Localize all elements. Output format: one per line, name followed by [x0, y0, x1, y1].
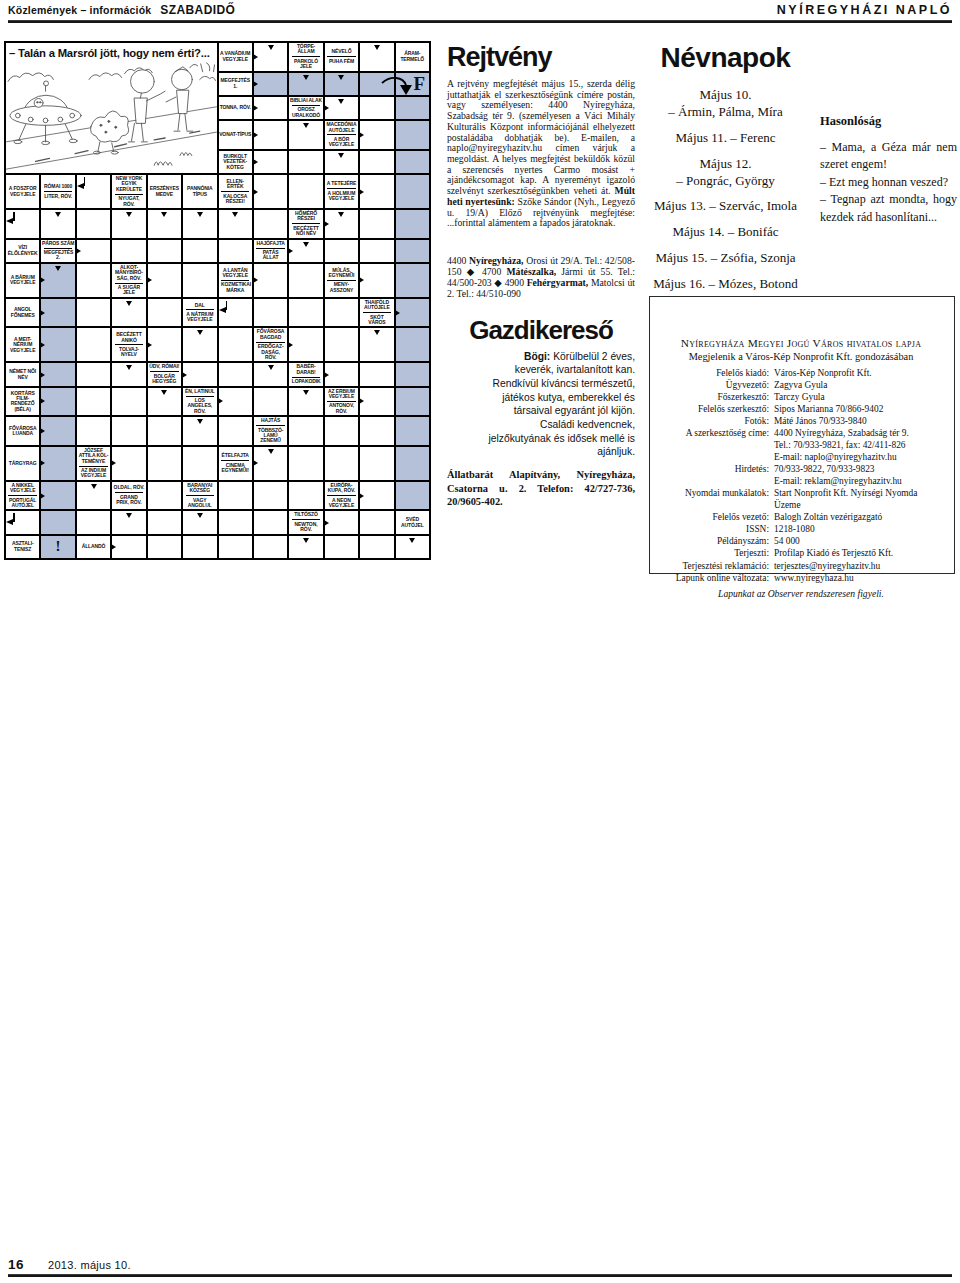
- masthead: NYÍREGYHÁZI NAPLÓ: [777, 3, 952, 17]
- page-header: Közlemények – információkSZABADIDŐ NYÍRE…: [8, 3, 952, 17]
- crossword-solution-cell[interactable]: [40, 446, 75, 481]
- crossword-solution-cell[interactable]: [395, 481, 430, 511]
- clue-text: TÖRPE-ÁLLAM: [290, 44, 322, 55]
- crossword-solution-cell[interactable]: [40, 481, 75, 511]
- impressum-label: Felelős kiadó:: [657, 367, 769, 379]
- crossword-answer-cell[interactable]: [359, 120, 394, 150]
- crossword-answer-cell[interactable]: [324, 446, 359, 481]
- impressum-value: Tarczy Gyula: [774, 391, 945, 403]
- joke-line: – Mama, a Géza már nem szeret engem!: [820, 139, 957, 174]
- crossword-answer-cell[interactable]: [359, 209, 394, 239]
- nameday-entry: Május 13. – Szervác, Imola: [649, 198, 802, 215]
- clue-text: ANTONOV, RÖV.: [327, 401, 356, 414]
- clue-text: A VANÁDIUM VEGYJELE: [219, 51, 251, 62]
- crossword-solution-cell[interactable]: [395, 446, 430, 481]
- impressum-value: Sipos Marianna 70/866-9402: [774, 403, 945, 415]
- crossword-clue-cell: MACEDÓNIA AUTÓJELEA BÓR VEGYJELE: [324, 120, 359, 150]
- clue-text: PANNÓNIA TÍPUS: [184, 186, 216, 197]
- clue-text: BURKOLT VEZETÉK-KÖTEG: [219, 154, 251, 170]
- crossword-answer-cell[interactable]: [253, 387, 288, 417]
- clue-text: MÚLÁS, EGYNEMŰI: [325, 268, 357, 279]
- crossword-answer-cell[interactable]: [147, 239, 182, 263]
- crossword-answer-cell[interactable]: [182, 263, 217, 298]
- dog-description: Körülbelül 2 éves, keverék, ivartalaníto…: [488, 351, 635, 458]
- crossword-answer-cell[interactable]: [111, 298, 146, 328]
- crossword-clue-cell: NÉMET NŐI NÉV: [5, 362, 40, 386]
- crossword-answer-cell[interactable]: [5, 510, 40, 534]
- crossword-solution-cell[interactable]: [395, 209, 430, 239]
- crossword-solution-cell[interactable]: [395, 120, 430, 150]
- crossword-answer-cell[interactable]: [218, 535, 253, 559]
- crossword-answer-cell[interactable]: [359, 150, 394, 174]
- nevnapok-column: Névnapok Május 10.– Ármin, Pálma, MíraMá…: [649, 44, 802, 302]
- crossword-answer-cell[interactable]: [218, 362, 253, 386]
- clue-text: BARANYAI KÖZSÉG: [184, 483, 216, 494]
- clue-text: A NÁTRIUM VEGYJELE: [186, 309, 215, 322]
- crossword-answer-cell[interactable]: [253, 481, 288, 511]
- crossword-answer-cell[interactable]: [218, 510, 253, 534]
- clue-text: MEGFEJTÉS 2.: [44, 248, 73, 261]
- impressum-value: 1218-1080: [774, 523, 945, 535]
- clue-text: HŐMÉRŐ RÉSZEI: [290, 211, 322, 222]
- impressum-label: Felelős vezető:: [657, 511, 769, 523]
- crossword-answer-cell[interactable]: [324, 416, 359, 446]
- crossword-solution-cell[interactable]: [395, 362, 430, 386]
- clue-text: TOLVAJ-NYELV: [115, 344, 144, 357]
- crossword-answer-cell[interactable]: [253, 535, 288, 559]
- crossword-answer-cell[interactable]: [288, 535, 323, 559]
- crossword-clue-cell: ÉN, LATINULLOS ANGELES, RÖV.: [182, 387, 217, 417]
- clue-text: ÁLLANDÓ: [77, 544, 109, 549]
- crossword-answer-cell[interactable]: [182, 446, 217, 481]
- clue-text: A HOLMIUM VEGYJELE: [327, 188, 356, 201]
- crossword-solution-cell[interactable]: [395, 387, 430, 417]
- impressum-label: Példányszám:: [657, 535, 769, 547]
- clue-text: SKÓT VÁROS: [363, 312, 392, 325]
- crossword-answer-cell[interactable]: [76, 239, 111, 263]
- crossword-answer-cell[interactable]: [359, 387, 394, 417]
- gazdikereso-text: Bögi: Körülbelül 2 éves, keverék, ivarta…: [483, 350, 635, 460]
- crossword-answer-cell[interactable]: [288, 120, 323, 150]
- clue-text: NYUGAT, RÖV.: [115, 194, 144, 207]
- crossword-solution-cell[interactable]: [40, 298, 75, 328]
- crossword-answer-cell[interactable]: [182, 535, 217, 559]
- joke-line: – Tegnap azt mondta, hogy kezdek rád has…: [820, 191, 957, 226]
- crossword-answer-cell[interactable]: [147, 327, 182, 362]
- direction-flag-icon: [219, 307, 226, 313]
- clue-text: JÓZSEF ATTILA KÖL-TEMÉNYE: [77, 448, 109, 464]
- section-label-text: Közlemények – információk: [8, 4, 151, 16]
- crossword-answer-cell[interactable]: [218, 481, 253, 511]
- crossword-answer-cell[interactable]: [288, 298, 323, 328]
- crossword-clue-cell: BIBLIAI ALAKOROSZ URALKODÓ: [288, 96, 323, 120]
- direction-flag-icon: [6, 519, 13, 525]
- crossword-clue-cell: VONAT-TÍPUS: [218, 120, 253, 150]
- clue-text: VÍZI ÉLŐLÉNYEK: [7, 245, 39, 256]
- impressum-value: E-mail: naplo@nyiregyhazitv.hu: [774, 451, 945, 463]
- crossword-clue-cell: NÉVELŐPUHA FÉM: [324, 42, 359, 72]
- clue-text: MENY-ASSZONY: [327, 280, 356, 293]
- clue-text: FŐVÁROSA BAGDAD: [254, 329, 286, 340]
- crossword-answer-cell[interactable]: [147, 535, 182, 559]
- crossword-answer-cell[interactable]: [76, 362, 111, 386]
- clue-text: NEW YORK EGYIK KERÜLETE: [113, 176, 145, 192]
- section-label-bold: SZABADIDŐ: [160, 3, 235, 17]
- crossword-answer-cell[interactable]: [218, 327, 253, 362]
- crossword-answer-cell[interactable]: [359, 446, 394, 481]
- crossword-answer-cell[interactable]: [253, 120, 288, 150]
- crossword-clue-cell: A MEIT-NÉRIUM VEGYJELE: [5, 327, 40, 362]
- crossword-clue-cell: ANGOL FŐNEMES: [5, 298, 40, 328]
- crossword-answer-cell[interactable]: [76, 263, 111, 298]
- clue-text: ANGOL FŐNEMES: [7, 307, 39, 318]
- crossword-answer-cell[interactable]: [182, 416, 217, 446]
- clue-text: VAGY ANGOLUL: [186, 495, 215, 508]
- crossword-answer-cell[interactable]: [359, 42, 394, 72]
- clue-text: PARKOLÓ JELE: [292, 56, 321, 69]
- crossword-answer-cell[interactable]: [111, 446, 146, 481]
- crossword-answer-cell[interactable]: [76, 209, 111, 239]
- clue-text: MEGFEJTÉS 1.: [219, 78, 251, 89]
- impressum-label: Főszerkesztő:: [657, 391, 769, 403]
- clue-text: PORTUGÁL AUTÓJEL: [8, 495, 37, 508]
- impressum-label: [657, 475, 769, 487]
- clue-text: NEWTON, RÖV.: [292, 519, 321, 532]
- crossword-answer-cell[interactable]: [324, 298, 359, 328]
- crossword-answer-cell[interactable]: [288, 327, 323, 362]
- crossword-answer-cell[interactable]: [111, 510, 146, 534]
- crossword-answer-cell[interactable]: [182, 239, 217, 263]
- clue-text: NÉMET NŐI NÉV: [7, 369, 39, 380]
- direction-flag-icon: [6, 218, 13, 224]
- clue-text: MACEDÓNIA AUTÓJELE: [325, 122, 357, 133]
- crossword-answer-cell[interactable]: [218, 298, 253, 328]
- crossword-answer-cell[interactable]: [147, 387, 182, 417]
- crossword-clue-cell: THAIFÖLD AUTÓJELESKÓT VÁROS: [359, 298, 394, 328]
- crossword-answer-cell[interactable]: [147, 263, 182, 298]
- crossword-answer-cell[interactable]: [253, 174, 288, 209]
- clue-text: ELLEN-ÉRTÉK: [219, 179, 251, 190]
- crossword-answer-cell[interactable]: [76, 387, 111, 417]
- crossword-answer-cell[interactable]: [111, 535, 146, 559]
- crossword-answer-cell[interactable]: [40, 209, 75, 239]
- clue-text: GRAND PRIX, RÖV.: [115, 492, 144, 505]
- clue-text: A NIKKEL VEGYJELE: [7, 483, 39, 494]
- impressum-value: Máté János 70/933-9840: [774, 415, 945, 427]
- crossword-answer-cell[interactable]: [359, 416, 394, 446]
- crossword-answer-cell[interactable]: [395, 535, 430, 559]
- impressum-value: 70/933-9822, 70/933-9823: [774, 463, 945, 475]
- crossword-answer-cell[interactable]: [253, 362, 288, 386]
- crossword-answer-cell[interactable]: [324, 362, 359, 386]
- impressum-value: Tel.: 70/933-9821, fax: 42/411-826: [774, 439, 945, 451]
- crossword-answer-cell[interactable]: [182, 510, 217, 534]
- crossword-answer-cell[interactable]: [111, 416, 146, 446]
- crossword-answer-cell[interactable]: [76, 298, 111, 328]
- clue-text: NÉVELŐ: [325, 49, 357, 54]
- impressum-value: Profilap Kiadó és Terjesztő Kft.: [774, 547, 945, 559]
- clue-text: A TETEJÉRE: [325, 181, 357, 186]
- crossword-answer-cell[interactable]: [288, 446, 323, 481]
- cartoon-panel: – Talán a Marsról jött, hogy nem érti?..…: [5, 42, 218, 174]
- clue-text: AZ INDIUM VEGYJELE: [79, 466, 108, 479]
- crossword-answer-cell[interactable]: [288, 416, 323, 446]
- crossword-answer-cell[interactable]: [111, 362, 146, 386]
- crossword-grid: – Talán a Marsról jött, hogy nem érti?..…: [4, 41, 431, 560]
- crossword-clue-cell: BURKOLT VEZETÉK-KÖTEG: [218, 150, 253, 174]
- crossword-answer-cell[interactable]: [147, 481, 182, 511]
- crossword-answer-cell[interactable]: [359, 535, 394, 559]
- clue-text: A BÁRIUM VEGYJELE: [7, 275, 39, 286]
- crossword-answer-cell[interactable]: [324, 239, 359, 263]
- impressum-label: Terjeszti:: [657, 547, 769, 559]
- clue-text: ASZTALI-TENISZ: [7, 541, 39, 552]
- crossword-solution-cell[interactable]: [395, 239, 430, 263]
- clue-text: TÁRGYRAG: [7, 461, 39, 466]
- rejtveny-body: A rejtvény megfejtését május 15., szerda…: [447, 79, 635, 229]
- crossword-solution-cell[interactable]: [253, 72, 288, 96]
- crossword-answer-cell[interactable]: [147, 416, 182, 446]
- crossword-answer-cell[interactable]: [182, 209, 217, 239]
- gazdikereso-title: Gazdikereső: [447, 317, 635, 343]
- clue-text: A BÓR VEGYJELE: [327, 134, 356, 147]
- crossword-answer-cell[interactable]: [76, 327, 111, 362]
- clue-text: DAL: [184, 303, 216, 308]
- clue-text: A SUGÁR JELE: [115, 283, 144, 296]
- impressum-value: Balogh Zoltán vezérigazgató: [774, 511, 945, 523]
- crossword-clue-cell: TÖRPE-ÁLLAMPARKOLÓ JELE: [288, 42, 323, 72]
- crossword-answer-cell[interactable]: [359, 263, 394, 298]
- clue-text: BECÉZETT ANIKÓ: [113, 332, 145, 343]
- clue-text: A NEON VEGYJELE: [327, 495, 356, 508]
- clue-text: A MEIT-NÉRIUM VEGYJELE: [7, 337, 39, 353]
- crossword-answer-cell[interactable]: [324, 96, 359, 120]
- impressum-label: Fotók:: [657, 415, 769, 427]
- clue-text: ÉN, LATINUL: [184, 389, 216, 394]
- clue-text: ERSZÉNYES MEDVE: [148, 186, 180, 197]
- crossword-answer-cell[interactable]: [253, 263, 288, 298]
- nameday-entry: Május 12.– Pongrác, György: [649, 156, 802, 190]
- crossword-solution-cell[interactable]: [40, 387, 75, 417]
- clue-text: ÉTELFAJTA: [219, 453, 251, 458]
- crossword-answer-cell[interactable]: [324, 150, 359, 174]
- crossword-answer-cell[interactable]: [147, 510, 182, 534]
- clue-text: THAIFÖLD AUTÓJELE: [361, 300, 393, 311]
- crossword-clue-cell: ASZTALI-TENISZ: [5, 535, 40, 559]
- impressum-box: Nyíregyháza Megyei Jogú Város hivatalos …: [649, 296, 955, 574]
- crossword-answer-cell[interactable]: [324, 535, 359, 559]
- crossword-solution-cell[interactable]: [395, 96, 430, 120]
- impressum-value: www.nyiregyhaza.hu: [774, 572, 945, 584]
- crossword-clue-cell: ELLEN-ÉRTÉKKALOCSA RÉSZEI!: [218, 174, 253, 209]
- crossword-clue-cell: A FOSZFOR VEGYJELE: [5, 174, 40, 209]
- crossword-solution-cell[interactable]: [40, 362, 75, 386]
- rejtveny-addresses: 4400 Nyíregyháza, Orosi út 29/A. Tel.: 4…: [447, 256, 635, 299]
- crossword-solution-cell[interactable]: [40, 327, 75, 362]
- clue-text: VONAT-TÍPUS: [219, 132, 251, 137]
- crossword-answer-cell[interactable]: [5, 209, 40, 239]
- crossword-answer-cell[interactable]: [253, 150, 288, 174]
- clue-text: A FOSZFOR VEGYJELE: [7, 186, 39, 197]
- crossword-answer-cell[interactable]: [76, 174, 111, 209]
- crossword-solution-cell[interactable]: [395, 298, 430, 328]
- crossword-answer-cell[interactable]: [253, 209, 288, 239]
- impressum-value: terjesztes@nyiregyhazitv.hu: [774, 560, 945, 572]
- crossword-answer-cell[interactable]: [324, 510, 359, 534]
- crossword-answer-cell[interactable]: [182, 327, 217, 362]
- crossword-answer-cell[interactable]: [253, 510, 288, 534]
- crossword-answer-cell[interactable]: [288, 174, 323, 209]
- crossword-clue-cell: BARANYAI KÖZSÉGVAGY ANGOLUL: [182, 481, 217, 511]
- direction-flag-icon: [13, 513, 15, 522]
- crossword-answer-cell[interactable]: [76, 416, 111, 446]
- crossword-clue-cell: FŐVÁROSA BAGDADERDŐGAZ-DASÁG, RÖV.: [253, 327, 288, 362]
- crossword-solution-cell[interactable]: [40, 416, 75, 446]
- crossword-solution-cell[interactable]: !: [40, 535, 75, 559]
- crossword-answer-cell[interactable]: [288, 481, 323, 511]
- cartoon-drawing: [6, 60, 217, 173]
- crossword-answer-cell[interactable]: [359, 510, 394, 534]
- crossword-answer-cell[interactable]: [288, 263, 323, 298]
- crossword-clue-cell: TONNA, RÖV.: [218, 96, 253, 120]
- middle-column: Rejtvény A rejtvény megfejtését május 15…: [447, 44, 635, 509]
- crossword-answer-cell[interactable]: [359, 174, 394, 209]
- crossword-answer-cell[interactable]: [218, 387, 253, 417]
- crossword-clue-cell: ÜDV, RÓMAI!BOLGÁR HEGYSÉG: [147, 362, 182, 386]
- clue-text: BABÉR-DARAB!: [290, 364, 322, 375]
- crossword-answer-cell[interactable]: [288, 239, 323, 263]
- crossword-clue-cell: ALKOT-MÁNYBÍRÓ-SÁG, RÖV.A SUGÁR JELE: [111, 263, 146, 298]
- cartoon-caption: – Talán a Marsról jött, hogy nem érti?..…: [6, 43, 217, 60]
- impressum-value: Start Nonprofit Kft. Nyírségi Nyomda Üze…: [774, 487, 945, 511]
- clue-text: ÁRAM-TERMELŐ: [396, 51, 428, 62]
- crossword-clue-cell: HŐMÉRŐ RÉSZEIBECÉZETT NŐI NÉV: [288, 209, 323, 239]
- clue-text: A LANTÁN VEGYJELE: [219, 268, 251, 279]
- crossword-answer-cell[interactable]: [218, 416, 253, 446]
- crossword-answer-cell[interactable]: [359, 481, 394, 511]
- crossword-answer-cell[interactable]: [288, 150, 323, 174]
- clue-text: ÜDV, RÓMAI!: [148, 364, 180, 369]
- clue-text: TONNA, RÖV.: [219, 105, 251, 110]
- crossword-answer-cell[interactable]: [147, 446, 182, 481]
- clue-text: EURÓPA-KUPA, RÖV.: [325, 483, 357, 494]
- clue-text: KALOCSA RÉSZEI!: [221, 191, 250, 204]
- direction-flag-icon: [77, 183, 84, 189]
- clue-text: PUHA FÉM: [327, 56, 356, 64]
- crossword-clue-cell: A TETEJÉREA HOLMIUM VEGYJELE: [324, 174, 359, 209]
- crossword-solution-cell[interactable]: [395, 416, 430, 446]
- crossword-answer-cell[interactable]: [359, 239, 394, 263]
- crossword-answer-cell[interactable]: [147, 209, 182, 239]
- crossword-answer-cell[interactable]: [253, 298, 288, 328]
- crossword-solution-cell[interactable]: [40, 510, 75, 534]
- crossword-answer-cell[interactable]: [253, 96, 288, 120]
- nameday-entry: Május 10.– Ármin, Pálma, Míra: [649, 87, 802, 121]
- crossword-clue-cell: TILTÓSZÓNEWTON, RÖV.: [288, 510, 323, 534]
- section-label: Közlemények – információkSZABADIDŐ: [8, 3, 235, 17]
- nameday-entry: Május 16. – Mózes, Botond: [649, 276, 802, 293]
- header-rule: [8, 20, 952, 23]
- crossword-clue-cell: A VANÁDIUM VEGYJELE: [218, 42, 253, 72]
- crossword-clue-cell: A BÁRIUM VEGYJELE: [5, 263, 40, 298]
- crossword-answer-cell[interactable]: [288, 387, 323, 417]
- crossword-answer-cell[interactable]: [218, 209, 253, 239]
- crossword-solution-cell[interactable]: [395, 174, 430, 209]
- rejtveny-body-text: A rejtvény megfejtését május 15., szerda…: [447, 78, 635, 196]
- page-footer: 162013. május 10.: [8, 1255, 131, 1273]
- joke-column: Hasonlóság – Mama, a Géza már nem szeret…: [820, 114, 957, 226]
- crossword-solution-cell[interactable]: [395, 263, 430, 298]
- impressum-value: Zagyva Gyula: [774, 379, 945, 391]
- clue-text: BECÉZETT NŐI NÉV: [292, 223, 321, 236]
- crossword-clue-cell: AZ ERBIUM VEGYJELEANTONOV, RÖV.: [324, 387, 359, 417]
- clue-text: LITER, RÖV.: [44, 191, 73, 199]
- crossword-solution-cell[interactable]: [288, 72, 323, 96]
- crossword-clue-cell: ÉTELFAJTACINEMA EGYNEMŰI!: [218, 446, 253, 481]
- page-date: 2013. május 10.: [48, 1259, 131, 1271]
- crossword-clue-cell: OLDAL, RÖV.GRAND PRIX, RÖV.: [111, 481, 146, 511]
- crossword-solution-cell[interactable]: F: [395, 72, 430, 96]
- crossword-solution-cell[interactable]: [395, 327, 430, 362]
- clue-text: PÁROS SZÁM: [42, 241, 74, 246]
- crossword-answer-cell[interactable]: [111, 239, 146, 263]
- crossword-answer-cell[interactable]: [76, 510, 111, 534]
- impressum-label: [657, 451, 769, 463]
- crossword-clue-cell: A LANTÁN VEGYJELEKOZMETIKAI MÁRKA: [218, 263, 253, 298]
- crossword-clue-cell: FŐVÁROSA LUANDA: [5, 416, 40, 446]
- crossword-clue-cell: MEGFEJTÉS 1.: [218, 72, 253, 96]
- crossword-clue-cell: PANNÓNIA TÍPUS: [182, 174, 217, 209]
- impressum-value: E-mail: reklam@nyiregyhazitv.hu: [774, 475, 945, 487]
- crossword-answer-cell[interactable]: [111, 387, 146, 417]
- crossword-clue-cell: MÚLÁS, EGYNEMŰIMENY-ASSZONY: [324, 263, 359, 298]
- clue-text: HAJÓFAJTA: [254, 241, 286, 246]
- clue-text: TILTÓSZÓ: [290, 512, 322, 517]
- joke-body: – Mama, a Géza már nem szeret engem!– Ez…: [820, 139, 957, 226]
- crossword-answer-cell[interactable]: [324, 327, 359, 362]
- joke-title: Hasonlóság: [820, 114, 957, 129]
- crossword-clue-cell: ÁRAM-TERMELŐ: [395, 42, 430, 72]
- clue-text: SVÉD AUTÓJEL: [396, 517, 428, 528]
- direction-flag-icon: [84, 177, 86, 186]
- clue-text: FŐVÁROSA LUANDA: [7, 426, 39, 437]
- crossword-clue-cell: JÓZSEF ATTILA KÖL-TEMÉNYEAZ INDIUM VEGYJ…: [76, 446, 111, 481]
- crossword-answer-cell[interactable]: [359, 362, 394, 386]
- impressum-subheading: Megjelenik a Város-Kép Nonprofit Kft. go…: [657, 351, 945, 362]
- crossword-answer-cell[interactable]: [253, 42, 288, 72]
- clue-text: LOS ANGELES, RÖV.: [186, 396, 215, 415]
- impressum-label: [657, 439, 769, 451]
- crossword-answer-cell[interactable]: [218, 239, 253, 263]
- crossword-clue-cell: VÍZI ÉLŐLÉNYEK: [5, 239, 40, 263]
- crossword-answer-cell[interactable]: [111, 209, 146, 239]
- crossword-answer-cell[interactable]: [253, 446, 288, 481]
- impressum-label: ISSN:: [657, 523, 769, 535]
- crossword-solution-cell[interactable]: [40, 263, 75, 298]
- crossword-answer-cell[interactable]: [76, 481, 111, 511]
- crossword-clue-cell: PÁROS SZÁMMEGFEJTÉS 2.: [40, 239, 75, 263]
- crossword-clue-cell: DALA NÁTRIUM VEGYJELE: [182, 298, 217, 328]
- crossword-answer-cell[interactable]: [147, 298, 182, 328]
- crossword-solution-cell[interactable]: [395, 150, 430, 174]
- crossword-clue-cell: EURÓPA-KUPA, RÖV.A NEON VEGYJELE: [324, 481, 359, 511]
- crossword-answer-cell[interactable]: [182, 362, 217, 386]
- crossword-answer-cell[interactable]: [324, 209, 359, 239]
- crossword-solution-cell[interactable]: [324, 72, 359, 96]
- crossword-answer-cell[interactable]: [359, 327, 394, 362]
- clue-text: KORTÁRS FILM-RENDEZŐ (BÉLA): [7, 391, 39, 413]
- crossword-answer-cell[interactable]: [359, 96, 394, 120]
